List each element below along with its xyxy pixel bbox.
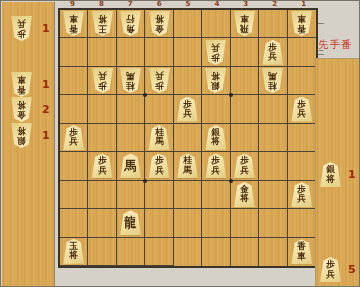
shogi-piece-香車-gote[interactable]: 香車 bbox=[290, 11, 313, 36]
file-label-2: 2 bbox=[260, 1, 289, 8]
shogi-piece-歩兵-sente[interactable]: 歩兵 bbox=[261, 40, 284, 65]
board-square-6三[interactable]: 歩兵 bbox=[145, 67, 173, 95]
captured-count: 5 bbox=[348, 263, 356, 276]
board-square-8五[interactable] bbox=[88, 124, 116, 152]
board-square-7一[interactable]: 角行 bbox=[117, 10, 145, 38]
shogi-piece-玉将-sente[interactable]: 玉将 bbox=[62, 239, 85, 264]
board-square-5四[interactable]: 歩兵 bbox=[174, 95, 202, 123]
file-label-5: 5 bbox=[174, 1, 203, 8]
board-square-8二[interactable] bbox=[88, 38, 116, 66]
board-square-7九[interactable] bbox=[117, 238, 145, 266]
board-square-4一[interactable] bbox=[202, 10, 230, 38]
file-label-1: 1 bbox=[289, 1, 318, 8]
file-label-6: 6 bbox=[145, 1, 174, 8]
shogi-piece-銀将-gote[interactable]: 銀将 bbox=[204, 68, 227, 93]
board-square-5一[interactable] bbox=[174, 10, 202, 38]
hoshi-dot bbox=[143, 179, 147, 183]
shogi-app-window: 987654321 歩兵1香車1金将2銀将1 香車王将角行金将飛車香車歩兵歩兵歩… bbox=[0, 0, 360, 287]
board-square-2六[interactable] bbox=[259, 152, 287, 180]
shogi-piece-歩兵-gote[interactable]: 歩兵 bbox=[148, 68, 171, 93]
captured-count: 2 bbox=[42, 103, 50, 116]
board-square-1一[interactable]: 香車 bbox=[288, 10, 316, 38]
shogi-piece-龍-sente[interactable]: 龍 bbox=[119, 210, 142, 235]
board-square-5五[interactable] bbox=[174, 124, 202, 152]
board-square-7六[interactable]: 馬 bbox=[117, 152, 145, 180]
shogi-piece-歩兵-sente[interactable]: 歩兵 bbox=[91, 153, 114, 178]
sente-captured-stand: 銀将1歩兵5 bbox=[315, 58, 360, 287]
shogi-piece-歩兵-sente[interactable]: 歩兵 bbox=[62, 125, 85, 150]
board-square-7八[interactable]: 龍 bbox=[117, 209, 145, 237]
board-square-7二[interactable] bbox=[117, 38, 145, 66]
board-square-2八[interactable] bbox=[259, 209, 287, 237]
board-square-5六[interactable]: 桂馬 bbox=[174, 152, 202, 180]
shogi-piece-歩兵-sente[interactable]: 歩兵 bbox=[319, 257, 342, 282]
board-square-9三[interactable] bbox=[60, 67, 88, 95]
board-square-2三[interactable]: 桂馬 bbox=[259, 67, 287, 95]
board-square-1八[interactable] bbox=[288, 209, 316, 237]
board-square-3五[interactable] bbox=[231, 124, 259, 152]
board-square-9一[interactable]: 香車 bbox=[60, 10, 88, 38]
hoshi-dot bbox=[229, 93, 233, 97]
file-label-4: 4 bbox=[202, 1, 231, 8]
board-square-2五[interactable] bbox=[259, 124, 287, 152]
captured-count: 1 bbox=[348, 168, 356, 181]
board-square-1九[interactable]: 香車 bbox=[288, 238, 316, 266]
shogi-piece-歩兵-sente[interactable]: 歩兵 bbox=[204, 153, 227, 178]
file-label-8: 8 bbox=[87, 1, 116, 8]
file-label-3: 3 bbox=[231, 1, 260, 8]
board-square-5八[interactable] bbox=[174, 209, 202, 237]
board-square-8九[interactable] bbox=[88, 238, 116, 266]
board-square-6八[interactable] bbox=[145, 209, 173, 237]
shogi-piece-金将-gote[interactable]: 金将 bbox=[10, 97, 33, 122]
shogi-piece-飛車-gote[interactable]: 飛車 bbox=[233, 11, 256, 36]
shogi-piece-歩兵-sente[interactable]: 歩兵 bbox=[176, 97, 199, 122]
board-square-4六[interactable]: 歩兵 bbox=[202, 152, 230, 180]
board-square-1六[interactable] bbox=[288, 152, 316, 180]
shogi-piece-金将-gote[interactable]: 金将 bbox=[148, 11, 171, 36]
captured-count: 1 bbox=[42, 129, 50, 142]
board-square-6二[interactable] bbox=[145, 38, 173, 66]
board-square-1二[interactable] bbox=[288, 38, 316, 66]
board-square-8六[interactable]: 歩兵 bbox=[88, 152, 116, 180]
shogi-piece-歩兵-gote[interactable]: 歩兵 bbox=[204, 40, 227, 65]
board-square-6九[interactable] bbox=[145, 238, 173, 266]
turn-indicator: 先手番 bbox=[318, 38, 360, 52]
board-square-2四[interactable] bbox=[259, 95, 287, 123]
board-square-8一[interactable]: 王将 bbox=[88, 10, 116, 38]
board-square-1三[interactable] bbox=[288, 67, 316, 95]
board-square-3四[interactable] bbox=[231, 95, 259, 123]
hoshi-dot bbox=[229, 179, 233, 183]
shogi-piece-金将-sente[interactable]: 金将 bbox=[233, 182, 256, 207]
board-square-5九[interactable] bbox=[174, 238, 202, 266]
board-square-9八[interactable] bbox=[60, 209, 88, 237]
shogi-piece-歩兵-gote[interactable]: 歩兵 bbox=[10, 16, 33, 41]
shogi-piece-歩兵-sente[interactable]: 歩兵 bbox=[233, 153, 256, 178]
board-square-6七[interactable] bbox=[145, 181, 173, 209]
board-square-3六[interactable]: 歩兵 bbox=[231, 152, 259, 180]
hoshi-dot bbox=[143, 93, 147, 97]
shogi-piece-香車-gote[interactable]: 香車 bbox=[62, 11, 85, 36]
file-coordinate-labels: 987654321 bbox=[58, 1, 318, 8]
board-square-4七[interactable] bbox=[202, 181, 230, 209]
board-square-7七[interactable] bbox=[117, 181, 145, 209]
board-square-5七[interactable] bbox=[174, 181, 202, 209]
board-square-6一[interactable]: 金将 bbox=[145, 10, 173, 38]
shogi-board: 香車王将角行金将飛車香車歩兵歩兵歩兵桂馬歩兵銀将桂馬歩兵歩兵歩兵桂馬銀将歩兵馬歩… bbox=[58, 8, 318, 268]
board-square-6五[interactable]: 桂馬 bbox=[145, 124, 173, 152]
shogi-piece-銀将-sente[interactable]: 銀将 bbox=[319, 162, 342, 187]
shogi-piece-桂馬-gote[interactable]: 桂馬 bbox=[261, 68, 284, 93]
board-square-2七[interactable] bbox=[259, 181, 287, 209]
shogi-piece-馬-sente[interactable]: 馬 bbox=[119, 153, 142, 178]
shogi-piece-歩兵-gote[interactable]: 歩兵 bbox=[91, 68, 114, 93]
shogi-piece-王将-gote[interactable]: 王将 bbox=[91, 11, 114, 36]
board-square-6六[interactable]: 歩兵 bbox=[145, 152, 173, 180]
board-square-3一[interactable]: 飛車 bbox=[231, 10, 259, 38]
board-square-1四[interactable]: 歩兵 bbox=[288, 95, 316, 123]
board-square-8三[interactable]: 歩兵 bbox=[88, 67, 116, 95]
board-square-5二[interactable] bbox=[174, 38, 202, 66]
board-square-3三[interactable] bbox=[231, 67, 259, 95]
board-square-3二[interactable] bbox=[231, 38, 259, 66]
file-label-7: 7 bbox=[116, 1, 145, 8]
shogi-piece-歩兵-sente[interactable]: 歩兵 bbox=[148, 153, 171, 178]
board-square-8四[interactable] bbox=[88, 95, 116, 123]
board-square-4五[interactable]: 銀将 bbox=[202, 124, 230, 152]
file-label-9: 9 bbox=[58, 1, 87, 8]
board-square-8七[interactable] bbox=[88, 181, 116, 209]
board-square-9六[interactable] bbox=[60, 152, 88, 180]
shogi-piece-桂馬-gote[interactable]: 桂馬 bbox=[119, 68, 142, 93]
shogi-piece-桂馬-sente[interactable]: 桂馬 bbox=[148, 125, 171, 150]
board-square-9五[interactable]: 歩兵 bbox=[60, 124, 88, 152]
shogi-piece-歩兵-sente[interactable]: 歩兵 bbox=[290, 182, 313, 207]
board-square-5三[interactable] bbox=[174, 67, 202, 95]
board-square-8八[interactable] bbox=[88, 209, 116, 237]
board-square-4四[interactable] bbox=[202, 95, 230, 123]
board-square-4二[interactable]: 歩兵 bbox=[202, 38, 230, 66]
board-square-4八[interactable] bbox=[202, 209, 230, 237]
board-square-4三[interactable]: 銀将 bbox=[202, 67, 230, 95]
shogi-piece-香車-gote[interactable]: 香車 bbox=[10, 72, 33, 97]
board-square-7五[interactable] bbox=[117, 124, 145, 152]
board-square-2二[interactable]: 歩兵 bbox=[259, 38, 287, 66]
rank-label-一: 一 bbox=[315, 10, 327, 38]
shogi-piece-銀将-sente[interactable]: 銀将 bbox=[204, 125, 227, 150]
board-square-2一[interactable] bbox=[259, 10, 287, 38]
gote-captured-stand: 歩兵1香車1金将2銀将1 bbox=[2, 2, 55, 286]
board-square-1七[interactable]: 歩兵 bbox=[288, 181, 316, 209]
board-square-7三[interactable]: 桂馬 bbox=[117, 67, 145, 95]
shogi-piece-銀将-gote[interactable]: 銀将 bbox=[10, 123, 33, 148]
board-square-6四[interactable] bbox=[145, 95, 173, 123]
board-square-7四[interactable] bbox=[117, 95, 145, 123]
board-square-3九[interactable] bbox=[231, 238, 259, 266]
shogi-piece-角行-gote[interactable]: 角行 bbox=[119, 11, 142, 36]
shogi-piece-歩兵-sente[interactable]: 歩兵 bbox=[290, 97, 313, 122]
shogi-piece-香車-sente[interactable]: 香車 bbox=[290, 239, 313, 264]
captured-count: 1 bbox=[42, 78, 50, 91]
board-square-9七[interactable] bbox=[60, 181, 88, 209]
board-square-2九[interactable] bbox=[259, 238, 287, 266]
captured-count: 1 bbox=[42, 22, 50, 35]
shogi-piece-桂馬-sente[interactable]: 桂馬 bbox=[176, 153, 199, 178]
board-square-4九[interactable] bbox=[202, 238, 230, 266]
board-square-9四[interactable] bbox=[60, 95, 88, 123]
board-square-3八[interactable] bbox=[231, 209, 259, 237]
board-square-3七[interactable]: 金将 bbox=[231, 181, 259, 209]
board-square-9二[interactable] bbox=[60, 38, 88, 66]
board-square-1五[interactable] bbox=[288, 124, 316, 152]
board-square-9九[interactable]: 玉将 bbox=[60, 238, 88, 266]
